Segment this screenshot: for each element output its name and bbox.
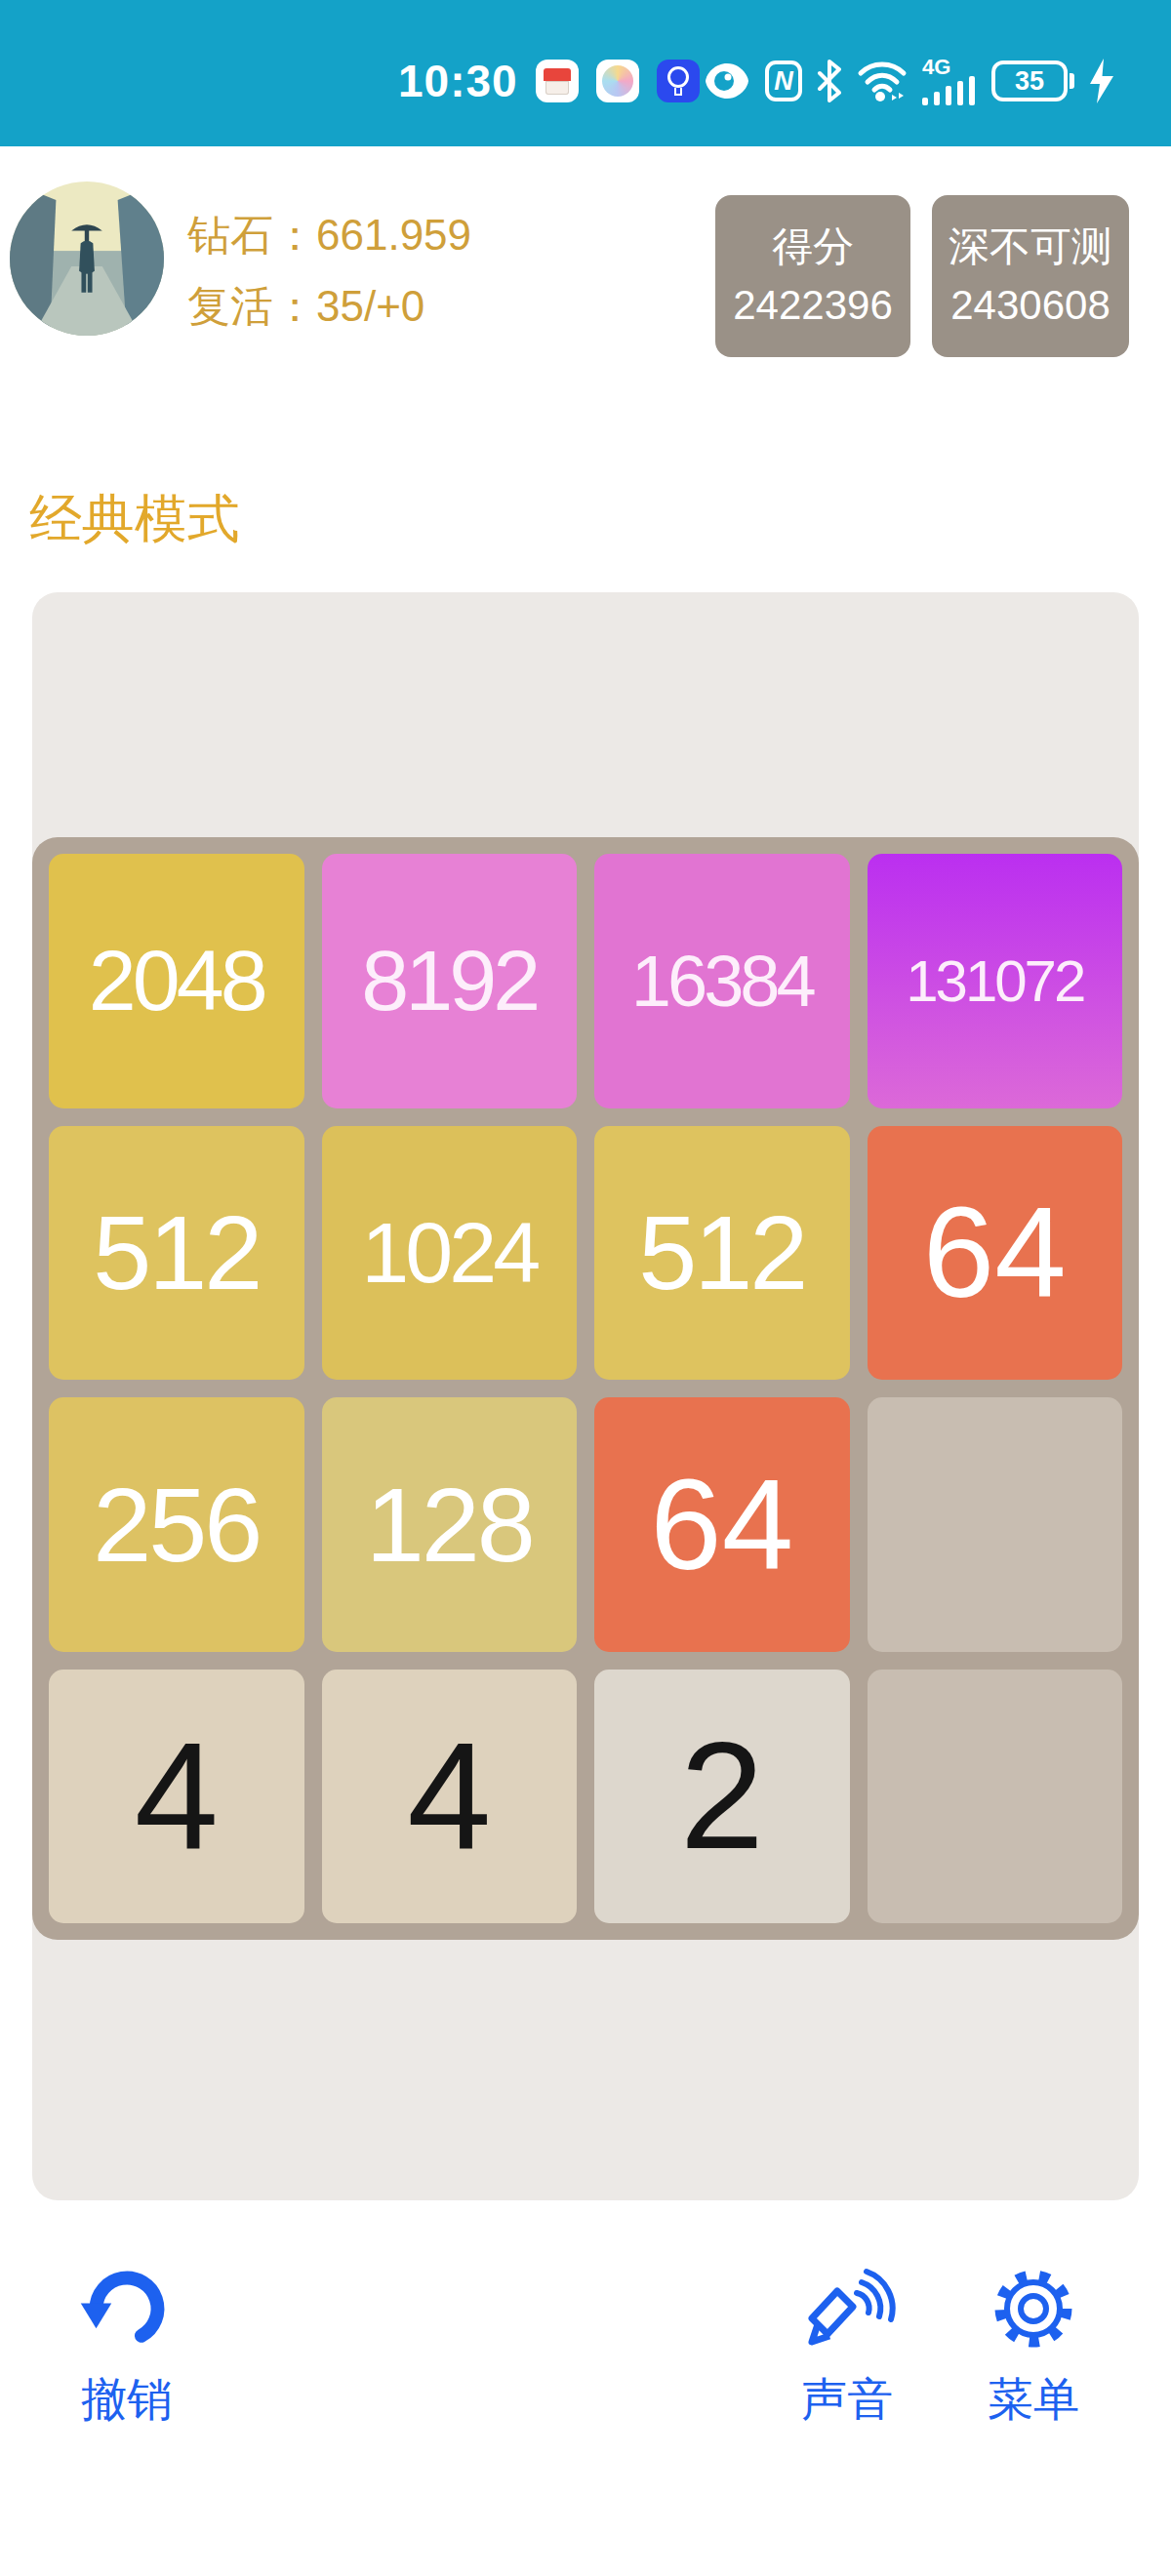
score-label: 得分 xyxy=(772,218,854,276)
best-value: 2430608 xyxy=(950,276,1110,335)
battery-icon: 35 xyxy=(991,60,1074,101)
player-stats: 钻石：661.959 复活：35/+0 xyxy=(187,199,471,342)
photos-app-icon xyxy=(596,60,639,102)
best-score-display: 深不可测 2430608 xyxy=(932,195,1129,357)
undo-button[interactable]: 撤销 xyxy=(49,2260,205,2431)
mode-title: 经典模式 xyxy=(29,484,240,555)
avatar-painting xyxy=(10,181,164,336)
tile-512: 512 xyxy=(594,1126,850,1381)
sound-icon xyxy=(798,2260,896,2357)
battery-percent: 35 xyxy=(1015,66,1044,97)
tile-4: 4 xyxy=(322,1670,578,1924)
mail-app-icon xyxy=(536,60,579,102)
tile-64: 64 xyxy=(868,1126,1123,1381)
diamond-label: 钻石： xyxy=(187,211,316,259)
tile-131072: 131072 xyxy=(868,854,1123,1108)
game-panel: 2048819216384131072512102451264256128644… xyxy=(32,592,1139,2200)
revive-value: 35/+0 xyxy=(316,282,424,330)
bulb-shape xyxy=(667,66,689,88)
best-label: 深不可测 xyxy=(949,218,1112,276)
tile-512: 512 xyxy=(49,1126,304,1381)
nfc-letter: N xyxy=(774,66,793,97)
undo-icon xyxy=(78,2260,176,2357)
tile-2048: 2048 xyxy=(49,854,304,1108)
tile-1024: 1024 xyxy=(322,1126,578,1381)
nfc-icon: N xyxy=(765,60,802,101)
undo-label: 撤销 xyxy=(81,2369,173,2431)
bulb-base-shape xyxy=(674,88,682,96)
signal-4g-icon: 4G xyxy=(922,57,977,105)
tile-64: 64 xyxy=(594,1397,850,1652)
menu-label: 菜单 xyxy=(988,2369,1079,2431)
diamond-value: 661.959 xyxy=(316,211,471,259)
signal-bars xyxy=(922,76,977,105)
score-display: 得分 2422396 xyxy=(715,195,910,357)
tile-8192: 8192 xyxy=(322,854,578,1108)
charging-bolt-icon xyxy=(1089,58,1114,104)
board-grid[interactable]: 2048819216384131072512102451264256128644… xyxy=(32,837,1139,1940)
sound-label: 声音 xyxy=(801,2369,893,2431)
revive-row: 复活：35/+0 xyxy=(187,270,471,342)
status-left-group: 10:30 xyxy=(398,51,700,111)
app-screen: 10:30 N xyxy=(0,0,1171,2576)
battery-nub xyxy=(1070,73,1074,89)
network-type-label: 4G xyxy=(922,57,950,78)
tile-2: 2 xyxy=(594,1670,850,1924)
tile-128: 128 xyxy=(322,1397,578,1652)
photos-swirl-shape xyxy=(602,65,633,97)
revive-label: 复活： xyxy=(187,282,316,330)
tile-256: 256 xyxy=(49,1397,304,1652)
wifi-icon xyxy=(857,60,908,102)
tile-16384: 16384 xyxy=(594,854,850,1108)
empty-cell xyxy=(868,1670,1123,1924)
clock: 10:30 xyxy=(398,55,518,107)
bluetooth-icon xyxy=(817,60,842,102)
score-value: 2422396 xyxy=(733,276,893,335)
empty-cell xyxy=(868,1397,1123,1652)
tile-4: 4 xyxy=(49,1670,304,1924)
gear-icon xyxy=(985,2260,1082,2357)
status-bar: 10:30 N xyxy=(0,0,1171,146)
diamond-row: 钻石：661.959 xyxy=(187,199,471,270)
mail-envelope-shape xyxy=(544,68,571,81)
status-right-group: N 4G 35 xyxy=(704,51,1114,111)
eye-protection-icon xyxy=(704,61,750,101)
mail-base-shape xyxy=(545,81,569,95)
sound-button[interactable]: 声音 xyxy=(769,2260,925,2431)
avatar[interactable] xyxy=(10,181,164,336)
bulb-app-icon xyxy=(657,60,700,102)
menu-button[interactable]: 菜单 xyxy=(955,2260,1111,2431)
